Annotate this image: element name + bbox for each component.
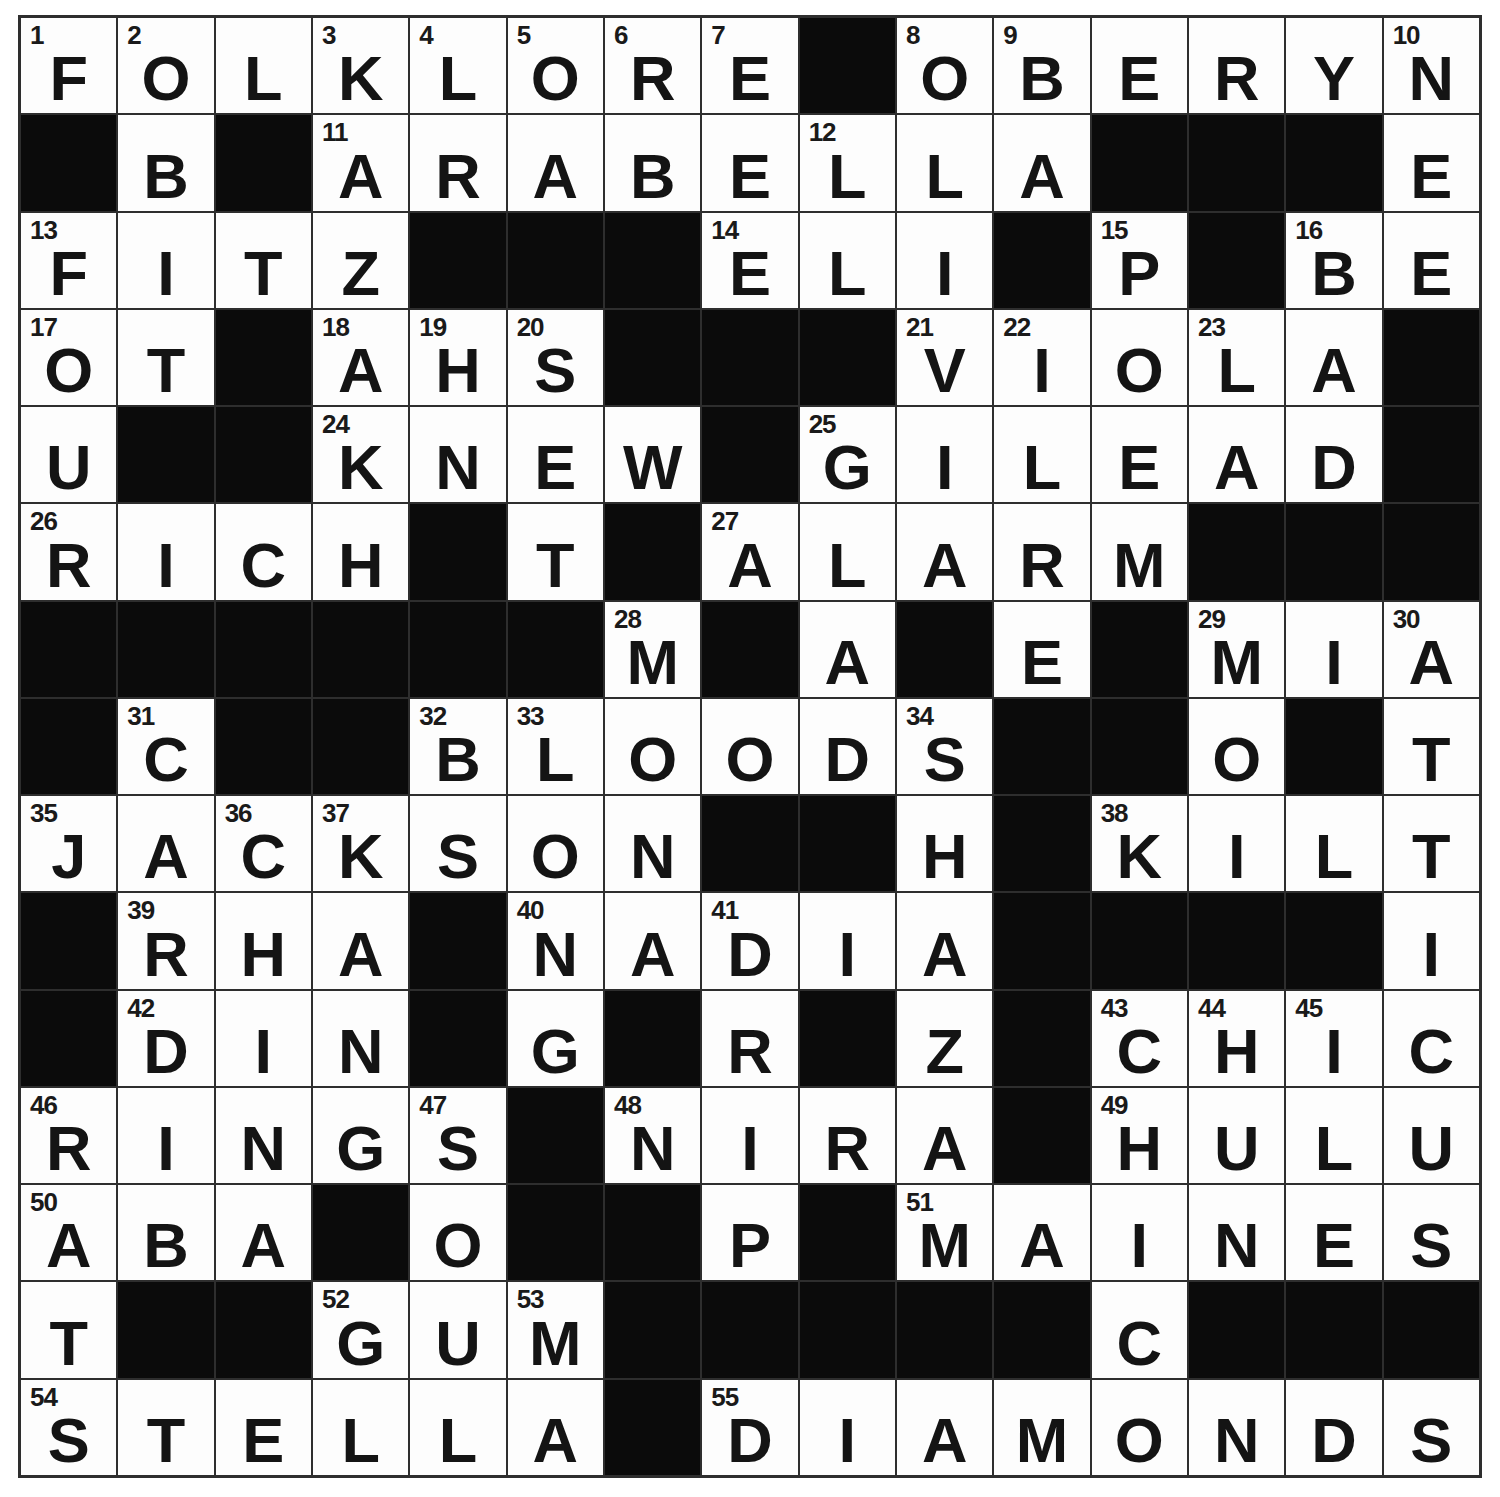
cell-r10c15[interactable]: I — [1384, 893, 1479, 988]
cell-letter: A — [313, 339, 408, 402]
black-cell-r10c5 — [410, 893, 505, 988]
cell-letter: N — [1384, 47, 1479, 110]
cell-letter: O — [702, 728, 797, 791]
cell-letter: I — [800, 923, 895, 986]
cell-letter: T — [21, 1312, 116, 1375]
cell-r9c3[interactable]: 36C — [216, 796, 311, 891]
cell-r4c11[interactable]: 22I — [994, 310, 1089, 405]
black-cell-r7c3 — [216, 602, 311, 697]
black-cell-r14c2 — [118, 1282, 213, 1377]
cell-r4c5[interactable]: 19H — [410, 310, 505, 405]
cell-letter: A — [800, 631, 895, 694]
cell-letter: N — [216, 1117, 311, 1180]
cell-r7c13[interactable]: 29M — [1189, 602, 1284, 697]
cell-r9c6[interactable]: O — [508, 796, 603, 891]
cell-r7c15[interactable]: 30A — [1384, 602, 1479, 697]
cell-r8c5[interactable]: 32B — [410, 699, 505, 794]
cell-r1c8[interactable]: 7E — [702, 18, 797, 113]
cell-r11c14[interactable]: 45I — [1286, 991, 1381, 1086]
cell-r11c8[interactable]: R — [702, 991, 797, 1086]
cell-letter: D — [1286, 1409, 1381, 1472]
cell-letter: A — [897, 1117, 992, 1180]
cell-letter: B — [994, 47, 1089, 110]
cell-letter: I — [1286, 631, 1381, 694]
cell-r11c13[interactable]: 44H — [1189, 991, 1284, 1086]
black-cell-r1c9 — [800, 18, 895, 113]
cell-letter: N — [1189, 1214, 1284, 1277]
cell-letter: E — [702, 47, 797, 110]
cell-r12c4[interactable]: G — [313, 1088, 408, 1183]
cell-r5c14[interactable]: D — [1286, 407, 1381, 502]
cell-r12c8[interactable]: I — [702, 1088, 797, 1183]
black-cell-r14c7 — [605, 1282, 700, 1377]
cell-letter: M — [1189, 631, 1284, 694]
cell-r5c10[interactable]: I — [897, 407, 992, 502]
cell-r3c14[interactable]: 16B — [1286, 213, 1381, 308]
clue-number: 2 — [127, 22, 140, 48]
cell-letter: L — [800, 534, 895, 597]
cell-r12c12[interactable]: 49H — [1092, 1088, 1187, 1183]
cell-letter: C — [118, 728, 213, 791]
cell-letter: A — [21, 1214, 116, 1277]
cell-letter: K — [313, 436, 408, 499]
cell-letter: L — [897, 145, 992, 208]
cell-r4c14[interactable]: A — [1286, 310, 1381, 405]
cell-letter: A — [313, 145, 408, 208]
cell-r3c4[interactable]: Z — [313, 213, 408, 308]
cell-r1c4[interactable]: 3K — [313, 18, 408, 113]
cell-r3c10[interactable]: I — [897, 213, 992, 308]
cell-letter: A — [118, 825, 213, 888]
clue-number: 3 — [322, 22, 335, 48]
cell-letter: I — [118, 534, 213, 597]
cell-r15c1[interactable]: 54S — [21, 1380, 116, 1475]
cell-r4c13[interactable]: 23L — [1189, 310, 1284, 405]
cell-r12c2[interactable]: I — [118, 1088, 213, 1183]
cell-letter: G — [800, 436, 895, 499]
cell-letter: L — [216, 47, 311, 110]
cell-r12c1[interactable]: 46R — [21, 1088, 116, 1183]
black-cell-r7c2 — [118, 602, 213, 697]
cell-letter: A — [897, 923, 992, 986]
cell-r13c5[interactable]: O — [410, 1185, 505, 1280]
black-cell-r11c7 — [605, 991, 700, 1086]
cell-letter: A — [994, 1214, 1089, 1277]
cell-r12c10[interactable]: A — [897, 1088, 992, 1183]
black-cell-r6c14 — [1286, 504, 1381, 599]
cell-r3c9[interactable]: L — [800, 213, 895, 308]
cell-letter: M — [994, 1409, 1089, 1472]
cell-r1c12[interactable]: E — [1092, 18, 1187, 113]
cell-r14c4[interactable]: 52G — [313, 1282, 408, 1377]
cell-r12c7[interactable]: 48N — [605, 1088, 700, 1183]
cell-letter: S — [1384, 1409, 1479, 1472]
cell-r2c6[interactable]: A — [508, 115, 603, 210]
cell-r5c9[interactable]: 25G — [800, 407, 895, 502]
cell-letter: U — [21, 436, 116, 499]
cell-letter: E — [1286, 1214, 1381, 1277]
cell-letter: O — [21, 339, 116, 402]
black-cell-r15c7 — [605, 1380, 700, 1475]
cell-r7c11[interactable]: E — [994, 602, 1089, 697]
crossword-grid: 1F2OL3K4L5O6R7E8O9BERY10NB11ARABE12LLAE1… — [18, 15, 1482, 1478]
black-cell-r14c8 — [702, 1282, 797, 1377]
cell-r8c15[interactable]: T — [1384, 699, 1479, 794]
cell-letter: P — [1092, 242, 1187, 305]
cell-letter: L — [410, 1409, 505, 1472]
black-cell-r11c5 — [410, 991, 505, 1086]
cell-r12c5[interactable]: 47S — [410, 1088, 505, 1183]
cell-r5c7[interactable]: W — [605, 407, 700, 502]
cell-letter: L — [410, 47, 505, 110]
cell-r15c6[interactable]: A — [508, 1380, 603, 1475]
cell-letter: A — [216, 1214, 311, 1277]
cell-r10c2[interactable]: 39R — [118, 893, 213, 988]
cell-r2c11[interactable]: A — [994, 115, 1089, 210]
cell-letter: O — [1092, 339, 1187, 402]
cell-letter: F — [21, 242, 116, 305]
cell-r10c7[interactable]: A — [605, 893, 700, 988]
cell-r6c12[interactable]: M — [1092, 504, 1187, 599]
cell-r15c15[interactable]: S — [1384, 1380, 1479, 1475]
cell-letter: L — [1286, 1117, 1381, 1180]
black-cell-r7c8 — [702, 602, 797, 697]
cell-letter: T — [508, 534, 603, 597]
black-cell-r8c1 — [21, 699, 116, 794]
cell-r12c9[interactable]: R — [800, 1088, 895, 1183]
cell-r6c3[interactable]: C — [216, 504, 311, 599]
cell-letter: R — [21, 1117, 116, 1180]
clue-number: 1 — [30, 22, 43, 48]
cell-letter: G — [313, 1312, 408, 1375]
cell-r9c1[interactable]: 35J — [21, 796, 116, 891]
cell-r13c13[interactable]: N — [1189, 1185, 1284, 1280]
cell-r11c2[interactable]: 42D — [118, 991, 213, 1086]
cell-letter: C — [216, 534, 311, 597]
cell-letter: F — [21, 47, 116, 110]
cell-r6c8[interactable]: 27A — [702, 504, 797, 599]
cell-letter: E — [702, 145, 797, 208]
cell-letter: L — [800, 242, 895, 305]
cell-r6c10[interactable]: A — [897, 504, 992, 599]
cell-r11c12[interactable]: 43C — [1092, 991, 1187, 1086]
black-cell-r14c11 — [994, 1282, 1089, 1377]
black-cell-r8c12 — [1092, 699, 1187, 794]
cell-letter: R — [994, 534, 1089, 597]
cell-letter: T — [118, 339, 213, 402]
cell-r1c2[interactable]: 2O — [118, 18, 213, 113]
clue-number: 7 — [711, 22, 724, 48]
cell-r13c12[interactable]: I — [1092, 1185, 1187, 1280]
black-cell-r14c13 — [1189, 1282, 1284, 1377]
cell-r13c15[interactable]: S — [1384, 1185, 1479, 1280]
cell-letter: Z — [313, 242, 408, 305]
cell-letter: E — [1384, 145, 1479, 208]
black-cell-r8c11 — [994, 699, 1089, 794]
cell-r5c1[interactable]: U — [21, 407, 116, 502]
cell-r2c4[interactable]: 11A — [313, 115, 408, 210]
cell-r8c6[interactable]: 33L — [508, 699, 603, 794]
cell-letter: S — [897, 728, 992, 791]
cell-r15c10[interactable]: A — [897, 1380, 992, 1475]
cell-r9c14[interactable]: L — [1286, 796, 1381, 891]
cell-r3c12[interactable]: 15P — [1092, 213, 1187, 308]
black-cell-r13c4 — [313, 1185, 408, 1280]
cell-r7c7[interactable]: 28M — [605, 602, 700, 697]
cell-r9c12[interactable]: 38K — [1092, 796, 1187, 891]
cell-r10c3[interactable]: H — [216, 893, 311, 988]
cell-r2c5[interactable]: R — [410, 115, 505, 210]
cell-r14c12[interactable]: C — [1092, 1282, 1187, 1377]
cell-r6c6[interactable]: T — [508, 504, 603, 599]
cell-r14c1[interactable]: T — [21, 1282, 116, 1377]
cell-letter: N — [605, 1117, 700, 1180]
cell-letter: A — [605, 923, 700, 986]
black-cell-r7c10 — [897, 602, 992, 697]
cell-r6c2[interactable]: I — [118, 504, 213, 599]
cell-r14c5[interactable]: U — [410, 1282, 505, 1377]
cell-r5c13[interactable]: A — [1189, 407, 1284, 502]
cell-letter: R — [410, 145, 505, 208]
cell-r13c10[interactable]: 51M — [897, 1185, 992, 1280]
cell-r15c11[interactable]: M — [994, 1380, 1089, 1475]
cell-r2c7[interactable]: B — [605, 115, 700, 210]
cell-r15c9[interactable]: I — [800, 1380, 895, 1475]
cell-letter: I — [1286, 1020, 1381, 1083]
cell-letter: N — [1189, 1409, 1284, 1472]
cell-letter: A — [994, 145, 1089, 208]
cell-r5c11[interactable]: L — [994, 407, 1089, 502]
cell-letter: A — [508, 1409, 603, 1472]
cell-letter: E — [702, 242, 797, 305]
clue-number: 4 — [419, 22, 432, 48]
cell-r15c8[interactable]: 55D — [702, 1380, 797, 1475]
cell-letter: K — [1092, 825, 1187, 888]
cell-r1c14[interactable]: Y — [1286, 18, 1381, 113]
cell-r12c3[interactable]: N — [216, 1088, 311, 1183]
cell-letter: M — [1092, 534, 1187, 597]
cell-r2c15[interactable]: E — [1384, 115, 1479, 210]
black-cell-r4c9 — [800, 310, 895, 405]
cell-r15c4[interactable]: L — [313, 1380, 408, 1475]
cell-r11c10[interactable]: Z — [897, 991, 992, 1086]
black-cell-r14c10 — [897, 1282, 992, 1377]
cell-r10c4[interactable]: A — [313, 893, 408, 988]
cell-r13c14[interactable]: E — [1286, 1185, 1381, 1280]
black-cell-r7c5 — [410, 602, 505, 697]
cell-letter: H — [216, 923, 311, 986]
cell-r1c13[interactable]: R — [1189, 18, 1284, 113]
cell-r10c6[interactable]: 40N — [508, 893, 603, 988]
cell-letter: L — [313, 1409, 408, 1472]
cell-r3c1[interactable]: 13F — [21, 213, 116, 308]
cell-letter: B — [118, 1214, 213, 1277]
black-cell-r6c15 — [1384, 504, 1479, 599]
cell-r3c2[interactable]: I — [118, 213, 213, 308]
cell-r1c3[interactable]: L — [216, 18, 311, 113]
cell-letter: M — [508, 1312, 603, 1375]
cell-letter: L — [508, 728, 603, 791]
cell-letter: L — [1189, 339, 1284, 402]
cell-letter: E — [994, 631, 1089, 694]
cell-letter: R — [118, 923, 213, 986]
black-cell-r3c5 — [410, 213, 505, 308]
cell-letter: B — [605, 145, 700, 208]
cell-letter: M — [605, 631, 700, 694]
cell-letter: C — [216, 825, 311, 888]
black-cell-r12c11 — [994, 1088, 1089, 1183]
cell-r12c13[interactable]: U — [1189, 1088, 1284, 1183]
cell-letter: T — [216, 242, 311, 305]
cell-r6c9[interactable]: L — [800, 504, 895, 599]
cell-letter: O — [1189, 728, 1284, 791]
cell-r4c12[interactable]: O — [1092, 310, 1187, 405]
cell-r8c9[interactable]: D — [800, 699, 895, 794]
cell-r9c13[interactable]: I — [1189, 796, 1284, 891]
cell-r11c15[interactable]: C — [1384, 991, 1479, 1086]
cell-letter: A — [702, 534, 797, 597]
cell-letter: C — [1092, 1020, 1187, 1083]
cell-letter: I — [994, 339, 1089, 402]
black-cell-r13c9 — [800, 1185, 895, 1280]
cell-r7c14[interactable]: I — [1286, 602, 1381, 697]
cell-r14c6[interactable]: 53M — [508, 1282, 603, 1377]
cell-r9c2[interactable]: A — [118, 796, 213, 891]
cell-r8c13[interactable]: O — [1189, 699, 1284, 794]
cell-r13c3[interactable]: A — [216, 1185, 311, 1280]
cell-letter: A — [508, 145, 603, 208]
cell-r13c11[interactable]: A — [994, 1185, 1089, 1280]
cell-letter: B — [410, 728, 505, 791]
black-cell-r7c1 — [21, 602, 116, 697]
cell-letter: I — [897, 436, 992, 499]
cell-r2c9[interactable]: 12L — [800, 115, 895, 210]
cell-r1c10[interactable]: 8O — [897, 18, 992, 113]
cell-r1c1[interactable]: 1F — [21, 18, 116, 113]
cell-r13c2[interactable]: B — [118, 1185, 213, 1280]
black-cell-r12c6 — [508, 1088, 603, 1183]
cell-r15c5[interactable]: L — [410, 1380, 505, 1475]
cell-r15c3[interactable]: E — [216, 1380, 311, 1475]
clue-number: 45 — [1295, 995, 1322, 1021]
cell-r1c11[interactable]: 9B — [994, 18, 1089, 113]
black-cell-r10c12 — [1092, 893, 1187, 988]
cell-r2c8[interactable]: E — [702, 115, 797, 210]
black-cell-r5c15 — [1384, 407, 1479, 502]
cell-r15c14[interactable]: D — [1286, 1380, 1381, 1475]
cell-r13c8[interactable]: P — [702, 1185, 797, 1280]
cell-letter: E — [508, 436, 603, 499]
cell-letter: C — [1384, 1020, 1479, 1083]
cell-r4c6[interactable]: 20S — [508, 310, 603, 405]
cell-r11c6[interactable]: G — [508, 991, 603, 1086]
cell-letter: O — [410, 1214, 505, 1277]
cell-r7c9[interactable]: A — [800, 602, 895, 697]
black-cell-r4c7 — [605, 310, 700, 405]
cell-r3c15[interactable]: E — [1384, 213, 1479, 308]
cell-r9c15[interactable]: T — [1384, 796, 1479, 891]
cell-letter: E — [216, 1409, 311, 1472]
cell-r5c4[interactable]: 24K — [313, 407, 408, 502]
cell-r15c2[interactable]: T — [118, 1380, 213, 1475]
cell-letter: H — [1092, 1117, 1187, 1180]
cell-r10c8[interactable]: 41D — [702, 893, 797, 988]
cell-letter: T — [1384, 728, 1479, 791]
cell-letter: Z — [897, 1020, 992, 1083]
cell-r15c12[interactable]: O — [1092, 1380, 1187, 1475]
cell-letter: I — [702, 1117, 797, 1180]
cell-r15c13[interactable]: N — [1189, 1380, 1284, 1475]
cell-letter: T — [1384, 825, 1479, 888]
cell-r10c10[interactable]: A — [897, 893, 992, 988]
cell-r11c3[interactable]: I — [216, 991, 311, 1086]
cell-r3c3[interactable]: T — [216, 213, 311, 308]
cell-r6c4[interactable]: H — [313, 504, 408, 599]
cell-r1c6[interactable]: 5O — [508, 18, 603, 113]
black-cell-r10c13 — [1189, 893, 1284, 988]
cell-r5c12[interactable]: E — [1092, 407, 1187, 502]
black-cell-r6c5 — [410, 504, 505, 599]
black-cell-r13c7 — [605, 1185, 700, 1280]
cell-letter: L — [1286, 825, 1381, 888]
cell-letter: K — [313, 47, 408, 110]
cell-r10c9[interactable]: I — [800, 893, 895, 988]
cell-r6c11[interactable]: R — [994, 504, 1089, 599]
cell-letter: R — [21, 534, 116, 597]
cell-r8c2[interactable]: 31C — [118, 699, 213, 794]
cell-letter: P — [702, 1214, 797, 1277]
cell-letter: H — [1189, 1020, 1284, 1083]
cell-r11c4[interactable]: N — [313, 991, 408, 1086]
cell-r12c14[interactable]: L — [1286, 1088, 1381, 1183]
cell-r1c7[interactable]: 6R — [605, 18, 700, 113]
cell-letter: O — [508, 47, 603, 110]
black-cell-r7c6 — [508, 602, 603, 697]
black-cell-r8c4 — [313, 699, 408, 794]
cell-r3c8[interactable]: 14E — [702, 213, 797, 308]
cell-r4c2[interactable]: T — [118, 310, 213, 405]
cell-r8c10[interactable]: 34S — [897, 699, 992, 794]
cell-r8c8[interactable]: O — [702, 699, 797, 794]
cell-r6c1[interactable]: 26R — [21, 504, 116, 599]
cell-letter: T — [118, 1409, 213, 1472]
black-cell-r5c2 — [118, 407, 213, 502]
cell-r1c15[interactable]: 10N — [1384, 18, 1479, 113]
cell-letter: N — [410, 436, 505, 499]
cell-r9c7[interactable]: N — [605, 796, 700, 891]
cell-r1c5[interactable]: 4L — [410, 18, 505, 113]
cell-r5c5[interactable]: N — [410, 407, 505, 502]
cell-letter: I — [118, 1117, 213, 1180]
cell-r4c10[interactable]: 21V — [897, 310, 992, 405]
cell-r9c5[interactable]: S — [410, 796, 505, 891]
cell-letter: C — [1092, 1312, 1187, 1375]
cell-letter: L — [800, 145, 895, 208]
cell-r4c1[interactable]: 17O — [21, 310, 116, 405]
cell-r5c6[interactable]: E — [508, 407, 603, 502]
cell-r12c15[interactable]: U — [1384, 1088, 1479, 1183]
black-cell-r11c9 — [800, 991, 895, 1086]
cell-letter: S — [508, 339, 603, 402]
cell-letter: I — [897, 242, 992, 305]
cell-r2c2[interactable]: B — [118, 115, 213, 210]
cell-r2c10[interactable]: L — [897, 115, 992, 210]
cell-r9c4[interactable]: 37K — [313, 796, 408, 891]
cell-r9c10[interactable]: H — [897, 796, 992, 891]
cell-r13c1[interactable]: 50A — [21, 1185, 116, 1280]
cell-r4c4[interactable]: 18A — [313, 310, 408, 405]
cell-r8c7[interactable]: O — [605, 699, 700, 794]
